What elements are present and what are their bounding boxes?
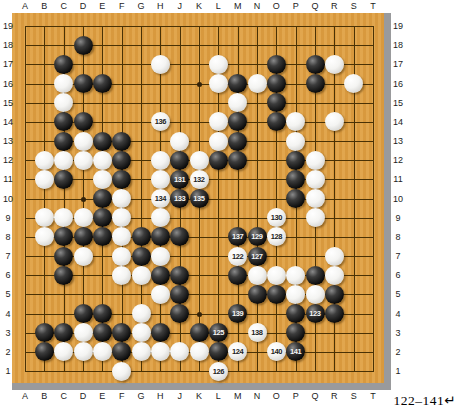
stone-D16 bbox=[74, 74, 93, 93]
coord-label-right: 4 bbox=[390, 309, 406, 319]
stone-C12 bbox=[54, 151, 73, 170]
stone-Q12 bbox=[306, 151, 325, 170]
coord-label-top: D bbox=[74, 1, 92, 11]
stone-G7 bbox=[132, 247, 151, 266]
coord-label-right: 11 bbox=[390, 174, 406, 184]
stone-N6 bbox=[248, 266, 267, 285]
coord-label-top: M bbox=[229, 1, 247, 11]
stone-L13 bbox=[209, 132, 228, 151]
coord-label-bottom: A bbox=[16, 391, 34, 401]
stone-E16 bbox=[93, 74, 112, 93]
stone-H14: 136 bbox=[151, 112, 170, 131]
stone-B9 bbox=[35, 208, 54, 227]
coord-label-left: 16 bbox=[0, 79, 16, 89]
coord-label-left: 15 bbox=[0, 98, 16, 108]
coord-label-top: O bbox=[267, 1, 285, 11]
coord-label-right: 18 bbox=[390, 40, 406, 50]
stone-R5 bbox=[325, 285, 344, 304]
coord-label-bottom: H bbox=[151, 391, 169, 401]
stone-Q17 bbox=[306, 55, 325, 74]
coord-label-bottom: L bbox=[209, 391, 227, 401]
grid-vline bbox=[373, 26, 374, 372]
stone-D9 bbox=[74, 208, 93, 227]
stone-E12 bbox=[93, 151, 112, 170]
stone-D4 bbox=[74, 304, 93, 323]
stone-J6 bbox=[170, 266, 189, 285]
stone-O2: 140 bbox=[267, 342, 286, 361]
coord-label-left: 5 bbox=[0, 289, 16, 299]
stone-Q5 bbox=[306, 285, 325, 304]
stone-Q6 bbox=[306, 266, 325, 285]
stone-O5 bbox=[267, 285, 286, 304]
stone-D8 bbox=[74, 227, 93, 246]
stone-F11 bbox=[112, 170, 131, 189]
stone-B12 bbox=[35, 151, 54, 170]
stone-Q10 bbox=[306, 189, 325, 208]
coord-label-top: G bbox=[132, 1, 150, 11]
stone-L2 bbox=[209, 342, 228, 361]
coord-label-bottom: O bbox=[267, 391, 285, 401]
stone-L17 bbox=[209, 55, 228, 74]
stone-G6 bbox=[132, 266, 151, 285]
stone-H7 bbox=[151, 247, 170, 266]
coord-label-bottom: G bbox=[132, 391, 150, 401]
coord-label-top: C bbox=[55, 1, 73, 11]
stone-H17 bbox=[151, 55, 170, 74]
coord-label-top: E bbox=[93, 1, 111, 11]
coord-label-top: A bbox=[16, 1, 34, 11]
coord-label-right: 8 bbox=[390, 232, 406, 242]
star-point bbox=[197, 82, 202, 87]
coord-label-left: 1 bbox=[0, 366, 16, 376]
stone-H8 bbox=[151, 227, 170, 246]
stone-H12 bbox=[151, 151, 170, 170]
coord-label-right: 7 bbox=[390, 251, 406, 261]
coord-label-right: 14 bbox=[390, 117, 406, 127]
coord-label-left: 10 bbox=[0, 194, 16, 204]
coord-label-right: 17 bbox=[390, 59, 406, 69]
coord-label-right: 2 bbox=[390, 347, 406, 357]
stone-D14 bbox=[74, 112, 93, 131]
stone-K10: 135 bbox=[190, 189, 209, 208]
stone-P5 bbox=[286, 285, 305, 304]
coord-label-left: 9 bbox=[0, 213, 16, 223]
coord-label-right: 19 bbox=[390, 21, 406, 31]
stone-E9 bbox=[93, 208, 112, 227]
coord-label-right: 15 bbox=[390, 98, 406, 108]
stone-E8 bbox=[93, 227, 112, 246]
coord-label-left: 14 bbox=[0, 117, 16, 127]
stone-C17 bbox=[54, 55, 73, 74]
stone-G8 bbox=[132, 227, 151, 246]
stone-L16 bbox=[209, 74, 228, 93]
coord-label-top: S bbox=[345, 1, 363, 11]
stone-C7 bbox=[54, 247, 73, 266]
stone-F12 bbox=[112, 151, 131, 170]
coord-label-right: 10 bbox=[390, 194, 406, 204]
coord-label-top: T bbox=[364, 1, 382, 11]
coord-label-right: 12 bbox=[390, 155, 406, 165]
stone-O9: 130 bbox=[267, 208, 286, 227]
stone-G2 bbox=[132, 342, 151, 361]
stone-F1 bbox=[112, 362, 131, 381]
stone-J13 bbox=[170, 132, 189, 151]
stone-P11 bbox=[286, 170, 305, 189]
stone-H5 bbox=[151, 285, 170, 304]
coord-label-top: F bbox=[113, 1, 131, 11]
coord-label-right: 9 bbox=[390, 213, 406, 223]
stone-F6 bbox=[112, 266, 131, 285]
stone-E13 bbox=[93, 132, 112, 151]
stone-J11: 131 bbox=[170, 170, 189, 189]
stone-O15 bbox=[267, 93, 286, 112]
stone-Q16 bbox=[306, 74, 325, 93]
stone-N16 bbox=[248, 74, 267, 93]
coord-label-right: 3 bbox=[390, 328, 406, 338]
coord-label-bottom: K bbox=[190, 391, 208, 401]
stone-B2 bbox=[35, 342, 54, 361]
stone-E3 bbox=[93, 323, 112, 342]
board-edge-shadow-bottom bbox=[12, 383, 391, 390]
stone-H10: 134 bbox=[151, 189, 170, 208]
stone-E2 bbox=[93, 342, 112, 361]
coord-label-bottom: D bbox=[74, 391, 92, 401]
stone-L12 bbox=[209, 151, 228, 170]
star-point bbox=[197, 312, 202, 317]
stone-G3 bbox=[132, 323, 151, 342]
coord-label-right: 5 bbox=[390, 289, 406, 299]
stone-B11 bbox=[35, 170, 54, 189]
coord-label-left: 3 bbox=[0, 328, 16, 338]
stone-K3 bbox=[190, 323, 209, 342]
stone-B8 bbox=[35, 227, 54, 246]
stone-N8: 129 bbox=[248, 227, 267, 246]
coord-label-top: P bbox=[287, 1, 305, 11]
coord-label-bottom: N bbox=[248, 391, 266, 401]
coord-label-bottom: S bbox=[345, 391, 363, 401]
stone-M13 bbox=[228, 132, 247, 151]
stone-E11 bbox=[93, 170, 112, 189]
stone-D12 bbox=[74, 151, 93, 170]
coord-label-right: 6 bbox=[390, 270, 406, 280]
stone-D13 bbox=[74, 132, 93, 151]
coord-label-left: 2 bbox=[0, 347, 16, 357]
stone-L3: 125 bbox=[209, 323, 228, 342]
coord-label-bottom: Q bbox=[306, 391, 324, 401]
stone-R4 bbox=[325, 304, 344, 323]
stone-O16 bbox=[267, 74, 286, 93]
coord-label-left: 7 bbox=[0, 251, 16, 261]
stone-D7 bbox=[74, 247, 93, 266]
stone-M12 bbox=[228, 151, 247, 170]
stone-J12 bbox=[170, 151, 189, 170]
stone-R14 bbox=[325, 112, 344, 131]
stone-C13 bbox=[54, 132, 73, 151]
coord-label-bottom: T bbox=[364, 391, 382, 401]
stone-H2 bbox=[151, 342, 170, 361]
coord-label-bottom: B bbox=[35, 391, 53, 401]
coord-label-right: 1 bbox=[390, 366, 406, 376]
coord-label-top: K bbox=[190, 1, 208, 11]
coord-label-top: R bbox=[325, 1, 343, 11]
stone-B3 bbox=[35, 323, 54, 342]
coord-label-top: L bbox=[209, 1, 227, 11]
stone-E4 bbox=[93, 304, 112, 323]
coord-label-left: 11 bbox=[0, 174, 16, 184]
stone-R7 bbox=[325, 247, 344, 266]
stone-H3 bbox=[151, 323, 170, 342]
stone-D18 bbox=[74, 36, 93, 55]
stone-D2 bbox=[74, 342, 93, 361]
coord-label-left: 17 bbox=[0, 59, 16, 69]
stone-P6 bbox=[286, 266, 305, 285]
coord-label-right: 16 bbox=[390, 79, 406, 89]
stone-E10 bbox=[93, 189, 112, 208]
go-diagram: 122–141↵ AABBCCDDEEFFGGHHJJKKLLMMNNOOPPQ… bbox=[0, 0, 459, 411]
coord-label-left: 12 bbox=[0, 155, 16, 165]
stone-O6 bbox=[267, 266, 286, 285]
stone-N5 bbox=[248, 285, 267, 304]
coord-label-top: H bbox=[151, 1, 169, 11]
move-range-caption: 122–141↵ bbox=[393, 392, 456, 409]
stone-N3: 138 bbox=[248, 323, 267, 342]
coord-label-bottom: M bbox=[229, 391, 247, 401]
stone-L1: 126 bbox=[209, 362, 228, 381]
stone-O8: 128 bbox=[267, 227, 286, 246]
stone-Q11 bbox=[306, 170, 325, 189]
stone-K12 bbox=[190, 151, 209, 170]
coord-label-top: B bbox=[35, 1, 53, 11]
coord-label-bottom: P bbox=[287, 391, 305, 401]
stone-H6 bbox=[151, 266, 170, 285]
stone-J5 bbox=[170, 285, 189, 304]
stone-K11: 132 bbox=[190, 170, 209, 189]
coord-label-left: 19 bbox=[0, 21, 16, 31]
stone-O17 bbox=[267, 55, 286, 74]
stone-M7: 122 bbox=[228, 247, 247, 266]
coord-label-left: 4 bbox=[0, 309, 16, 319]
stone-D3 bbox=[74, 323, 93, 342]
coord-label-left: 8 bbox=[0, 232, 16, 242]
coord-label-top: J bbox=[171, 1, 189, 11]
coord-label-bottom: C bbox=[55, 391, 73, 401]
stone-R6 bbox=[325, 266, 344, 285]
coord-label-left: 6 bbox=[0, 270, 16, 280]
grid-hline bbox=[25, 371, 374, 372]
coord-label-bottom: J bbox=[171, 391, 189, 401]
stone-P13 bbox=[286, 132, 305, 151]
stone-H9 bbox=[151, 208, 170, 227]
stone-N7: 127 bbox=[248, 247, 267, 266]
coord-label-left: 18 bbox=[0, 40, 16, 50]
coord-label-right: 13 bbox=[390, 136, 406, 146]
stone-C11 bbox=[54, 170, 73, 189]
stone-F13 bbox=[112, 132, 131, 151]
stone-Q9 bbox=[306, 208, 325, 227]
stone-P12 bbox=[286, 151, 305, 170]
stone-M6 bbox=[228, 266, 247, 285]
coord-label-top: N bbox=[248, 1, 266, 11]
coord-label-bottom: F bbox=[113, 391, 131, 401]
stone-H11 bbox=[151, 170, 170, 189]
stone-O14 bbox=[267, 112, 286, 131]
stone-C6 bbox=[54, 266, 73, 285]
stone-R17 bbox=[325, 55, 344, 74]
star-point bbox=[81, 197, 86, 202]
coord-label-bottom: R bbox=[325, 391, 343, 401]
coord-label-left: 13 bbox=[0, 136, 16, 146]
stone-Q4: 123 bbox=[306, 304, 325, 323]
stone-K2 bbox=[190, 342, 209, 361]
stone-G4 bbox=[132, 304, 151, 323]
coord-label-top: Q bbox=[306, 1, 324, 11]
coord-label-bottom: E bbox=[93, 391, 111, 401]
stone-F7 bbox=[112, 247, 131, 266]
stone-L14 bbox=[209, 112, 228, 131]
